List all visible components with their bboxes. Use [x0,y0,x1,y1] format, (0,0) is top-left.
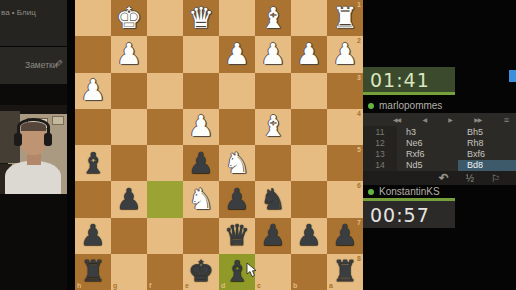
black-rook-a8[interactable]: ♜ [332,257,358,286]
square-b2[interactable]: ♟ [291,36,327,72]
online-dot-icon [368,189,374,195]
clock-black-player: 00:57 [363,201,455,228]
black-pawn-d6[interactable]: ♟ [224,185,250,214]
move-number: 12 [363,137,397,148]
square-g7[interactable] [111,218,147,254]
chess-board[interactable]: ♚♛♝1♜♟♟♟♟2♟♟3♟♝4♝♟♞5♟♞♟♞6♟♛♟♟7♟h♜gfe♚d♝c… [75,0,363,290]
square-c1[interactable]: ♝ [255,0,291,36]
move-white-11[interactable]: h3 [397,126,458,137]
square-a6[interactable]: 6 [327,181,363,217]
game-type-label: ва • Блиц [1,8,36,17]
square-f8[interactable]: f [147,254,183,290]
player-row-top: marlopommes [368,99,516,112]
rank-label-6: 6 [357,182,361,189]
square-h1[interactable] [75,0,111,36]
square-b3[interactable] [291,73,327,109]
rank-label-7: 7 [357,219,361,226]
square-b6[interactable] [291,181,327,217]
menu-icon[interactable]: ≡ [504,115,509,125]
square-c6[interactable]: ♞ [255,181,291,217]
square-h5[interactable]: ♝ [75,145,111,181]
square-c4[interactable]: ♝ [255,109,291,145]
square-g4[interactable] [111,109,147,145]
takeback-button[interactable]: ↶ [439,171,449,185]
square-d5[interactable]: ♞ [219,145,255,181]
square-g2[interactable]: ♟ [111,36,147,72]
square-e5[interactable]: ♟ [183,145,219,181]
square-e7[interactable] [183,218,219,254]
square-c2[interactable]: ♟ [255,36,291,72]
square-c3[interactable] [255,73,291,109]
move-black-13[interactable]: Bxf6 [458,148,516,159]
file-label-b: b [293,282,297,289]
rank-label-5: 5 [357,146,361,153]
player-name-top[interactable]: marlopommes [379,100,442,111]
blue-indicator [509,70,516,82]
square-f1[interactable] [147,0,183,36]
square-c7[interactable]: ♟ [255,218,291,254]
game-actions-bar: ↶ ½ ⚐ [363,171,516,185]
square-d1[interactable] [219,0,255,36]
square-e8[interactable]: e♚ [183,254,219,290]
black-rook-h8[interactable]: ♜ [80,257,106,286]
prev-move-button[interactable]: ◀ [422,116,426,123]
square-b4[interactable] [291,109,327,145]
webcam-picture-frame [52,116,64,125]
square-b8[interactable]: b [291,254,327,290]
move-row-11: 11h3Bh5 [363,126,516,137]
active-clock-bar [363,92,455,95]
rank-label-4: 4 [357,110,361,117]
white-rook-a1[interactable]: ♜ [332,4,358,33]
square-f4[interactable] [147,109,183,145]
rank-label-8: 8 [357,255,361,262]
file-label-h: h [77,282,81,289]
square-b7[interactable]: ♟ [291,218,327,254]
file-label-f: f [149,282,151,289]
first-move-button[interactable]: ◀◀ [393,116,400,123]
square-h7[interactable]: ♟ [75,218,111,254]
square-h4[interactable] [75,109,111,145]
square-g3[interactable] [111,73,147,109]
black-pawn-a7[interactable]: ♟ [332,221,358,250]
white-pawn-c2[interactable]: ♟ [260,40,286,69]
hand-cursor-icon [243,262,257,279]
move-list-panel: ◀◀ ◀ ▶ ▶▶ ≡ 11h3Bh512Ne6Rh813Rxf6Bxf614N… [363,113,516,171]
next-move-button[interactable]: ▶ [448,116,452,123]
move-number: 14 [363,160,397,171]
offer-draw-button[interactable]: ½ [466,173,474,184]
square-h8[interactable]: h♜ [75,254,111,290]
move-black-11[interactable]: Bh5 [458,126,516,137]
white-pawn-h3[interactable]: ♟ [80,76,106,105]
square-g6[interactable]: ♟ [111,181,147,217]
white-knight-d5[interactable]: ♞ [224,149,250,178]
file-label-a: a [329,282,333,289]
square-f2[interactable] [147,36,183,72]
last-move-button[interactable]: ▶▶ [474,116,481,123]
sidebar-game-info-panel: ва • Блиц [0,0,67,46]
move-white-14[interactable]: Nd5 [397,160,458,171]
square-a3[interactable]: 3 [327,73,363,109]
square-a4[interactable]: 4 [327,109,363,145]
white-pawn-d2[interactable]: ♟ [224,40,250,69]
black-pawn-b7[interactable]: ♟ [296,221,322,250]
headphones-earcup-left [14,133,22,146]
square-h6[interactable] [75,181,111,217]
square-a8[interactable]: a8♜ [327,254,363,290]
black-pawn-c7[interactable]: ♟ [260,221,286,250]
player-name-bottom[interactable]: KonstantinKS [379,186,440,197]
black-pawn-e5[interactable]: ♟ [188,149,214,178]
clock-white-player: 01:41 [363,67,455,92]
file-label-e: e [185,282,189,289]
black-queen-d7[interactable]: ♛ [224,221,250,250]
white-queen-e1[interactable]: ♛ [188,4,214,33]
notes-panel[interactable]: Заметки ✎ [0,47,67,84]
square-a7[interactable]: 7♟ [327,218,363,254]
square-f6[interactable] [147,181,183,217]
square-a1[interactable]: 1♜ [327,0,363,36]
black-pawn-g6[interactable]: ♟ [116,185,142,214]
white-king-g1[interactable]: ♚ [116,4,142,33]
square-d3[interactable] [219,73,255,109]
square-f5[interactable] [147,145,183,181]
square-c8[interactable]: c [255,254,291,290]
white-bishop-c4[interactable]: ♝ [260,112,286,141]
square-c5[interactable] [255,145,291,181]
white-pawn-b2[interactable]: ♟ [296,40,322,69]
rank-label-2: 2 [357,37,361,44]
square-e3[interactable] [183,73,219,109]
square-d6[interactable]: ♟ [219,181,255,217]
square-d7[interactable]: ♛ [219,218,255,254]
square-g5[interactable] [111,145,147,181]
move-row-14: 14Nd5Bd8 [363,160,516,171]
webcam-video [0,105,67,194]
white-pawn-g2[interactable]: ♟ [116,40,142,69]
square-a2[interactable]: 2♟ [327,36,363,72]
move-white-12[interactable]: Ne6 [397,137,458,148]
black-knight-c6[interactable]: ♞ [260,185,286,214]
square-e1[interactable]: ♛ [183,0,219,36]
streamer-shirt [5,161,61,194]
square-f7[interactable] [147,218,183,254]
file-label-c: c [257,282,261,289]
move-list: 11h3Bh512Ne6Rh813Rxf6Bxf614Nd5Bd8 [363,126,516,171]
move-row-12: 12Ne6Rh8 [363,137,516,148]
move-black-14[interactable]: Bd8 [458,160,516,171]
resign-flag-icon[interactable]: ⚐ [491,173,500,184]
player-row-bottom: KonstantinKS [368,185,516,198]
move-white-13[interactable]: Rxf6 [397,148,458,159]
square-a5[interactable]: 5 [327,145,363,181]
black-bishop-h5[interactable]: ♝ [80,149,106,178]
rank-label-3: 3 [357,74,361,81]
square-d2[interactable]: ♟ [219,36,255,72]
move-number: 13 [363,148,397,159]
white-bishop-c1[interactable]: ♝ [260,4,286,33]
square-h2[interactable] [75,36,111,72]
square-b1[interactable] [291,0,327,36]
square-b5[interactable] [291,145,327,181]
square-e2[interactable] [183,36,219,72]
file-label-d: d [221,282,225,289]
black-king-e8[interactable]: ♚ [188,257,214,286]
black-pawn-h7[interactable]: ♟ [80,221,106,250]
headphones-earcup-right [44,133,52,146]
move-black-12[interactable]: Rh8 [458,137,516,148]
move-number: 11 [363,126,397,137]
square-e6[interactable]: ♞ [183,181,219,217]
white-knight-e6[interactable]: ♞ [188,185,214,214]
square-f3[interactable] [147,73,183,109]
move-row-13: 13Rxf6Bxf6 [363,148,516,159]
square-h3[interactable]: ♟ [75,73,111,109]
move-nav-bar: ◀◀ ◀ ▶ ▶▶ ≡ [363,113,516,126]
square-g1[interactable]: ♚ [111,0,147,36]
pencil-icon: ✎ [52,59,63,67]
white-pawn-a2[interactable]: ♟ [332,40,358,69]
stage: ва • Блиц Заметки ✎ ♚♛♝1♜♟♟♟♟2♟♟3♟♝4♝♟♞5… [0,0,516,290]
white-pawn-e4[interactable]: ♟ [188,112,214,141]
square-d4[interactable] [219,109,255,145]
square-g8[interactable]: g [111,254,147,290]
online-dot-icon [368,103,374,109]
rank-label-1: 1 [357,1,361,8]
file-label-g: g [113,282,117,289]
square-e4[interactable]: ♟ [183,109,219,145]
